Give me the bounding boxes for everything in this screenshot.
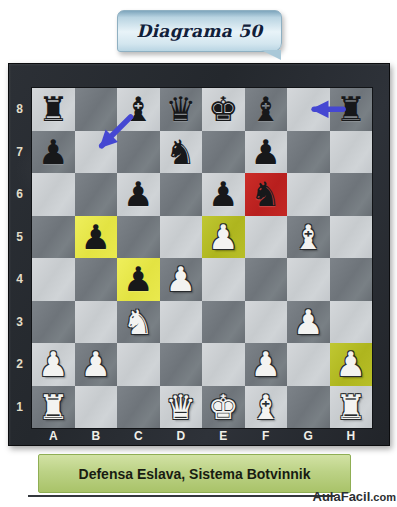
square-a3 — [32, 301, 75, 344]
square-a5 — [32, 216, 75, 259]
square-e8: ♚ — [202, 88, 245, 131]
white-pawn: ♟ — [251, 343, 281, 386]
white-pawn: ♟ — [293, 301, 323, 344]
page: Diagrama 50 87654321 ♜♝♛♚♝♜♟♞♟♟♟♞♟♟♝♟♟♞♟… — [0, 0, 397, 507]
rank-label-5: 5 — [9, 216, 30, 259]
file-label-a: A — [32, 429, 75, 443]
square-d3 — [160, 301, 203, 344]
black-pawn: ♟ — [208, 173, 238, 216]
white-pawn: ♟ — [38, 343, 68, 386]
square-b3 — [75, 301, 118, 344]
square-h5 — [330, 216, 373, 259]
square-f4 — [245, 258, 288, 301]
square-d4: ♟ — [160, 258, 203, 301]
square-e6: ♟ — [202, 173, 245, 216]
square-b1 — [75, 386, 118, 429]
square-e2 — [202, 343, 245, 386]
file-label-c: C — [117, 429, 160, 443]
square-d5 — [160, 216, 203, 259]
rank-label-1: 1 — [9, 386, 30, 429]
square-c6: ♟ — [117, 173, 160, 216]
black-bishop: ♝ — [251, 88, 281, 131]
black-pawn: ♟ — [123, 173, 153, 216]
black-bishop: ♝ — [123, 88, 153, 131]
square-h2: ♟ — [330, 343, 373, 386]
square-h8: ♜ — [330, 88, 373, 131]
rank-label-7: 7 — [9, 131, 30, 174]
square-g5: ♝ — [287, 216, 330, 259]
black-knight: ♞ — [166, 131, 196, 174]
diagram-title: Diagrama 50 — [137, 21, 263, 41]
file-label-d: D — [160, 429, 203, 443]
black-pawn: ♟ — [251, 131, 281, 174]
square-a7: ♟ — [32, 131, 75, 174]
file-label-b: B — [75, 429, 118, 443]
square-a6 — [32, 173, 75, 216]
black-rook: ♜ — [336, 88, 366, 131]
square-h4 — [330, 258, 373, 301]
black-pawn: ♟ — [38, 131, 68, 174]
white-rook: ♜ — [38, 386, 68, 429]
file-label-e: E — [202, 429, 245, 443]
caption-box: Defensa Eslava, Sistema Botvinnik — [38, 454, 351, 493]
white-bishop: ♝ — [251, 386, 281, 429]
white-rook: ♜ — [336, 386, 366, 429]
chess-board: 87654321 ♜♝♛♚♝♜♟♞♟♟♟♞♟♟♝♟♟♞♟♟♟♟♟♜♛♚♝♜ AB… — [8, 63, 390, 446]
square-c8: ♝ — [117, 88, 160, 131]
white-king: ♚ — [208, 386, 238, 429]
rank-label-2: 2 — [9, 343, 30, 386]
black-queen: ♛ — [166, 88, 196, 131]
file-labels: ABCDEFGH — [32, 428, 372, 447]
square-a8: ♜ — [32, 88, 75, 131]
black-knight: ♞ — [251, 173, 281, 216]
white-bishop: ♝ — [293, 216, 323, 259]
watermark: AulaFacil.com — [313, 487, 396, 505]
square-h6 — [330, 173, 373, 216]
white-knight: ♞ — [123, 301, 153, 344]
square-a2: ♟ — [32, 343, 75, 386]
square-d7: ♞ — [160, 131, 203, 174]
square-f1: ♝ — [245, 386, 288, 429]
square-d1: ♛ — [160, 386, 203, 429]
square-e4 — [202, 258, 245, 301]
square-c7 — [117, 131, 160, 174]
square-e5: ♟ — [202, 216, 245, 259]
watermark-brand: AulaFacil — [313, 489, 371, 504]
file-label-h: H — [330, 429, 373, 443]
square-c2 — [117, 343, 160, 386]
square-f6: ♞ — [245, 173, 288, 216]
square-d8: ♛ — [160, 88, 203, 131]
rank-label-3: 3 — [9, 301, 30, 344]
square-f8: ♝ — [245, 88, 288, 131]
square-d6 — [160, 173, 203, 216]
square-b6 — [75, 173, 118, 216]
square-h7 — [330, 131, 373, 174]
footer-divider — [28, 495, 335, 497]
square-d2 — [160, 343, 203, 386]
square-b8 — [75, 88, 118, 131]
watermark-suffix: .com — [370, 491, 396, 503]
white-queen: ♛ — [166, 386, 196, 429]
square-f5 — [245, 216, 288, 259]
rank-labels: 87654321 — [9, 88, 32, 428]
caption-text: Defensa Eslava, Sistema Botvinnik — [79, 466, 311, 482]
square-a1: ♜ — [32, 386, 75, 429]
square-b4 — [75, 258, 118, 301]
square-g6 — [287, 173, 330, 216]
white-pawn: ♟ — [166, 258, 196, 301]
board-grid: ♜♝♛♚♝♜♟♞♟♟♟♞♟♟♝♟♟♞♟♟♟♟♟♜♛♚♝♜ — [32, 88, 372, 428]
square-c1 — [117, 386, 160, 429]
file-label-g: G — [287, 429, 330, 443]
black-king: ♚ — [208, 88, 238, 131]
diagram-header-ribbon: Diagrama 50 — [117, 10, 282, 52]
square-g4 — [287, 258, 330, 301]
square-b7 — [75, 131, 118, 174]
white-pawn: ♟ — [81, 343, 111, 386]
square-g8 — [287, 88, 330, 131]
square-g2 — [287, 343, 330, 386]
square-f2: ♟ — [245, 343, 288, 386]
black-pawn: ♟ — [81, 216, 111, 259]
square-e7 — [202, 131, 245, 174]
square-g7 — [287, 131, 330, 174]
square-h3 — [330, 301, 373, 344]
square-c4: ♟ — [117, 258, 160, 301]
rank-label-4: 4 — [9, 258, 30, 301]
black-pawn: ♟ — [123, 258, 153, 301]
square-b5: ♟ — [75, 216, 118, 259]
square-c5 — [117, 216, 160, 259]
white-pawn: ♟ — [208, 216, 238, 259]
square-e1: ♚ — [202, 386, 245, 429]
square-c3: ♞ — [117, 301, 160, 344]
file-label-f: F — [245, 429, 288, 443]
square-g3: ♟ — [287, 301, 330, 344]
white-pawn: ♟ — [336, 343, 366, 386]
square-a4 — [32, 258, 75, 301]
rank-label-6: 6 — [9, 173, 30, 216]
rank-label-8: 8 — [9, 88, 30, 131]
square-b2: ♟ — [75, 343, 118, 386]
square-f7: ♟ — [245, 131, 288, 174]
black-rook: ♜ — [38, 88, 68, 131]
square-f3 — [245, 301, 288, 344]
square-h1: ♜ — [330, 386, 373, 429]
square-g1 — [287, 386, 330, 429]
square-e3 — [202, 301, 245, 344]
